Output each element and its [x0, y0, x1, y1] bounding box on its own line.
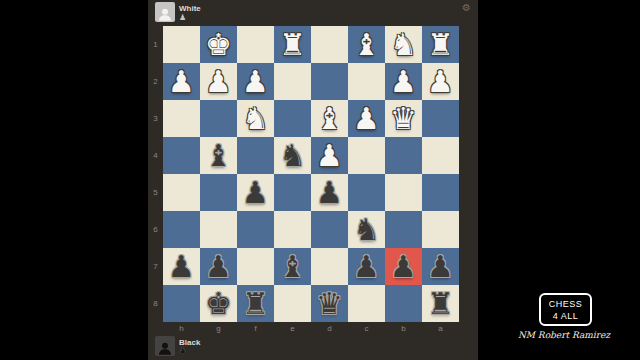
square-b6[interactable] [385, 211, 422, 248]
square-e1[interactable]: ♜ [274, 26, 311, 63]
file-label-g: g [200, 323, 237, 334]
square-c6[interactable]: ♞ [348, 211, 385, 248]
rank-label-1: 1 [148, 26, 163, 63]
square-h3[interactable] [163, 100, 200, 137]
black-pawn: ♟ [168, 252, 195, 282]
presenter-signature: NM Robert Ramirez [514, 330, 614, 340]
app-window: White ♟ ⚙ 12345678 ♚♜♝♞♜♟♟♟♟♟♞♝♟♛♝♞♟♟♟♞♟… [0, 0, 640, 360]
black-pawn: ♟ [316, 178, 343, 208]
square-g6[interactable] [200, 211, 237, 248]
rank-label-8: 8 [148, 285, 163, 322]
square-f4[interactable] [237, 137, 274, 174]
person-icon [157, 6, 173, 22]
square-a4[interactable] [422, 137, 459, 174]
black-bishop: ♝ [279, 252, 306, 282]
black-pawn: ♟ [390, 252, 417, 282]
square-g4[interactable]: ♝ [200, 137, 237, 174]
black-pawn: ♟ [205, 252, 232, 282]
square-c7[interactable]: ♟ [348, 248, 385, 285]
square-c2[interactable] [348, 63, 385, 100]
white-rook: ♜ [279, 30, 306, 60]
square-e8[interactable] [274, 285, 311, 322]
white-player-name: White [179, 4, 201, 13]
white-pawn: ♟ [316, 141, 343, 171]
square-b2[interactable]: ♟ [385, 63, 422, 100]
rank-label-2: 2 [148, 63, 163, 100]
rank-label-4: 4 [148, 137, 163, 174]
black-king: ♚ [205, 289, 232, 319]
square-a7[interactable]: ♟ [422, 248, 459, 285]
black-queen: ♛ [316, 289, 343, 319]
square-b4[interactable] [385, 137, 422, 174]
square-c3[interactable]: ♟ [348, 100, 385, 137]
square-g1[interactable]: ♚ [200, 26, 237, 63]
square-g3[interactable] [200, 100, 237, 137]
rank-label-5: 5 [148, 174, 163, 211]
settings-gear-icon[interactable]: ⚙ [462, 2, 471, 13]
square-h8[interactable] [163, 285, 200, 322]
white-pawn-icon: ♟ [179, 14, 186, 22]
white-pawn: ♟ [390, 67, 417, 97]
white-rook: ♜ [427, 30, 454, 60]
square-d2[interactable] [311, 63, 348, 100]
file-label-b: b [385, 323, 422, 334]
white-king: ♚ [205, 30, 232, 60]
square-f5[interactable]: ♟ [237, 174, 274, 211]
square-a1[interactable]: ♜ [422, 26, 459, 63]
square-h2[interactable]: ♟ [163, 63, 200, 100]
square-d8[interactable]: ♛ [311, 285, 348, 322]
file-labels: hgfedcba [163, 323, 459, 334]
square-e4[interactable]: ♞ [274, 137, 311, 174]
white-bishop: ♝ [316, 104, 343, 134]
white-knight: ♞ [242, 104, 269, 134]
rank-labels: 12345678 [148, 26, 163, 322]
logo-line1: CHESS [549, 298, 583, 310]
square-g8[interactable]: ♚ [200, 285, 237, 322]
square-h6[interactable] [163, 211, 200, 248]
square-c4[interactable] [348, 137, 385, 174]
square-b5[interactable] [385, 174, 422, 211]
file-label-e: e [274, 323, 311, 334]
square-a2[interactable]: ♟ [422, 63, 459, 100]
white-avatar[interactable] [155, 2, 175, 22]
square-e2[interactable] [274, 63, 311, 100]
rank-label-3: 3 [148, 100, 163, 137]
square-f7[interactable] [237, 248, 274, 285]
white-knight: ♞ [390, 30, 417, 60]
file-label-c: c [348, 323, 385, 334]
file-label-h: h [163, 323, 200, 334]
square-a8[interactable]: ♜ [422, 285, 459, 322]
white-pawn: ♟ [205, 67, 232, 97]
square-f8[interactable]: ♜ [237, 285, 274, 322]
square-e6[interactable] [274, 211, 311, 248]
file-label-a: a [422, 323, 459, 334]
white-pawn: ♟ [427, 67, 454, 97]
square-c8[interactable] [348, 285, 385, 322]
square-g5[interactable] [200, 174, 237, 211]
square-e5[interactable] [274, 174, 311, 211]
square-d5[interactable]: ♟ [311, 174, 348, 211]
chess4all-logo: CHESS 4 ALL [539, 293, 592, 326]
black-pawn-icon: ♟ [179, 347, 186, 355]
square-h4[interactable] [163, 137, 200, 174]
square-d3[interactable]: ♝ [311, 100, 348, 137]
person-icon [157, 340, 173, 356]
square-a6[interactable] [422, 211, 459, 248]
rank-label-6: 6 [148, 211, 163, 248]
square-h5[interactable] [163, 174, 200, 211]
white-pawn: ♟ [168, 67, 195, 97]
black-pawn: ♟ [242, 178, 269, 208]
white-pawn: ♟ [242, 67, 269, 97]
rank-label-7: 7 [148, 248, 163, 285]
black-pawn: ♟ [427, 252, 454, 282]
black-pawn: ♟ [353, 252, 380, 282]
square-f1[interactable] [237, 26, 274, 63]
black-bishop: ♝ [205, 141, 232, 171]
square-g2[interactable]: ♟ [200, 63, 237, 100]
square-b1[interactable]: ♞ [385, 26, 422, 63]
square-a5[interactable] [422, 174, 459, 211]
square-b8[interactable] [385, 285, 422, 322]
logo-line2: 4 ALL [553, 310, 579, 322]
square-h7[interactable]: ♟ [163, 248, 200, 285]
square-b7[interactable]: ♟ [385, 248, 422, 285]
black-knight: ♞ [353, 215, 380, 245]
white-bishop: ♝ [353, 30, 380, 60]
square-c1[interactable]: ♝ [348, 26, 385, 63]
square-e7[interactable]: ♝ [274, 248, 311, 285]
square-d6[interactable] [311, 211, 348, 248]
square-g7[interactable]: ♟ [200, 248, 237, 285]
square-d7[interactable] [311, 248, 348, 285]
black-rook: ♜ [242, 289, 269, 319]
game-panel: White ♟ ⚙ 12345678 ♚♜♝♞♜♟♟♟♟♟♞♝♟♛♝♞♟♟♟♞♟… [148, 0, 478, 360]
square-f3[interactable]: ♞ [237, 100, 274, 137]
square-f2[interactable]: ♟ [237, 63, 274, 100]
chess-board: ♚♜♝♞♜♟♟♟♟♟♞♝♟♛♝♞♟♟♟♞♟♟♝♟♟♟♚♜♛♜ [163, 26, 459, 322]
black-rook: ♜ [427, 289, 454, 319]
square-c5[interactable] [348, 174, 385, 211]
square-h1[interactable] [163, 26, 200, 63]
file-label-d: d [311, 323, 348, 334]
white-queen: ♛ [390, 104, 417, 134]
white-pawn: ♟ [353, 104, 380, 134]
black-avatar[interactable] [155, 336, 175, 356]
black-knight: ♞ [279, 141, 306, 171]
square-f6[interactable] [237, 211, 274, 248]
square-a3[interactable] [422, 100, 459, 137]
square-d1[interactable] [311, 26, 348, 63]
square-d4[interactable]: ♟ [311, 137, 348, 174]
square-e3[interactable] [274, 100, 311, 137]
square-b3[interactable]: ♛ [385, 100, 422, 137]
file-label-f: f [237, 323, 274, 334]
